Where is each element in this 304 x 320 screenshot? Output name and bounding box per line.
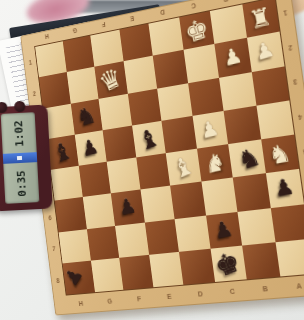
square-b7[interactable]	[237, 208, 275, 246]
coordinate-label: B	[248, 279, 284, 299]
square-h5[interactable]	[51, 166, 83, 201]
chess-board: HGFEDCBA HGFEDCBA 12345678 12345678 ♚♜♛♟…	[20, 0, 304, 315]
square-h7[interactable]	[59, 229, 91, 263]
black-p-glyph: ♟	[117, 196, 138, 220]
white-p-glyph: ♟	[199, 117, 222, 142]
chess-clock[interactable]: 1:02 0:35	[0, 105, 53, 212]
square-e2[interactable]	[123, 56, 157, 93]
white-p-glyph: ♟	[253, 39, 277, 66]
square-e3[interactable]	[127, 88, 161, 125]
board-grid: ♚♜♛♟♟♞♝♟♝♟♝♞♞♞♟♟♟♟♚	[34, 0, 304, 296]
black-p-glyph: ♟	[62, 264, 86, 290]
square-f7[interactable]	[115, 222, 149, 257]
piece-bP-f6[interactable]: ♟	[111, 190, 145, 226]
white-n-glyph: ♞	[202, 149, 228, 177]
black-n-glyph: ♞	[236, 143, 264, 173]
square-g3[interactable]: ♞	[70, 98, 102, 134]
board-frame: HGFEDCBA HGFEDCBA 12345678 12345678 ♚♜♛♟…	[20, 0, 304, 315]
clock-stripe	[3, 152, 37, 164]
piece-wQ-f2[interactable]: ♛	[94, 61, 127, 98]
coordinate-label: D	[184, 284, 218, 304]
black-k-glyph: ♚	[210, 247, 243, 282]
square-d7[interactable]	[175, 215, 211, 252]
piece-bP-c7[interactable]: ♟	[206, 211, 243, 248]
square-a6[interactable]: ♟	[265, 169, 304, 208]
piece-bB-e4[interactable]: ♝	[132, 121, 166, 158]
white-k-glyph: ♚	[182, 14, 212, 48]
square-c8[interactable]: ♚	[210, 245, 247, 282]
square-g7[interactable]	[86, 225, 119, 260]
square-a8[interactable]	[275, 239, 304, 277]
piece-bP-h8[interactable]: ♟	[63, 260, 95, 294]
square-e5[interactable]	[136, 153, 170, 190]
piece-wB-d5[interactable]: ♝	[166, 149, 201, 186]
square-g4[interactable]: ♟	[74, 130, 106, 166]
square-g8[interactable]	[90, 258, 123, 293]
square-d6[interactable]	[170, 182, 205, 219]
clock-display: 1:02 0:35	[1, 112, 40, 204]
coordinate-label: C	[215, 281, 250, 301]
square-d5[interactable]: ♝	[166, 149, 201, 186]
square-a2[interactable]: ♟	[247, 32, 285, 72]
square-h6[interactable]	[55, 197, 87, 232]
square-c2[interactable]	[183, 44, 219, 83]
piece-bB-h4[interactable]: ♝	[47, 135, 79, 170]
tournament-table-scene: 1:02 0:35 HGFEDCBA HGFEDCBA 12345678 123…	[0, 0, 304, 320]
square-g2[interactable]	[66, 67, 98, 103]
piece-wN-a5[interactable]: ♞	[261, 135, 299, 174]
piece-wP-b2[interactable]: ♟	[214, 38, 251, 77]
coordinate-label: E	[153, 287, 186, 306]
square-a3[interactable]	[251, 66, 289, 106]
square-c7[interactable]: ♟	[206, 211, 243, 248]
square-a7[interactable]	[270, 204, 304, 242]
square-e7[interactable]	[144, 219, 179, 255]
piece-wP-a2[interactable]: ♟	[247, 32, 285, 72]
piece-wP-c4[interactable]: ♟	[192, 111, 228, 149]
square-h2[interactable]	[39, 72, 70, 108]
square-b2[interactable]: ♟	[214, 38, 251, 77]
piece-bK-c8[interactable]: ♚	[210, 245, 247, 282]
square-e8[interactable]	[149, 252, 184, 288]
piece-bP-a6[interactable]: ♟	[265, 169, 304, 208]
white-n-glyph: ♞	[266, 140, 293, 169]
square-e6[interactable]	[140, 186, 174, 222]
square-b5[interactable]: ♞	[228, 139, 265, 177]
coordinate-label: H	[66, 294, 96, 312]
square-g5[interactable]	[78, 162, 111, 198]
white-b-glyph: ♝	[169, 152, 198, 183]
square-c6[interactable]	[201, 178, 237, 215]
black-p-glyph: ♟	[212, 218, 235, 243]
black-p-glyph: ♟	[80, 136, 101, 160]
square-b4[interactable]	[224, 105, 261, 144]
square-a5[interactable]: ♞	[261, 135, 299, 174]
coordinate-label: G	[94, 292, 125, 311]
square-e4[interactable]: ♝	[132, 121, 166, 158]
black-b-glyph: ♝	[50, 138, 75, 167]
square-b6[interactable]	[233, 173, 270, 211]
square-g6[interactable]	[82, 194, 115, 229]
square-f5[interactable]	[107, 157, 140, 193]
square-f6[interactable]: ♟	[111, 190, 145, 226]
coordinate-label: A	[281, 276, 304, 297]
square-d4[interactable]	[161, 116, 196, 153]
square-a4[interactable]	[256, 100, 294, 139]
square-c5[interactable]: ♞	[197, 144, 233, 182]
square-b8[interactable]	[242, 242, 280, 279]
square-f4[interactable]	[103, 125, 136, 161]
black-b-glyph: ♝	[135, 124, 162, 155]
square-c4[interactable]: ♟	[192, 111, 228, 149]
white-q-glyph: ♛	[96, 63, 126, 97]
clock-time-bottom: 0:35	[3, 163, 39, 203]
square-h4[interactable]: ♝	[47, 135, 79, 170]
white-r-glyph: ♜	[247, 3, 274, 33]
piece-bN-g3[interactable]: ♞	[70, 98, 102, 134]
square-h8[interactable]: ♟	[63, 260, 95, 294]
square-f2[interactable]: ♛	[94, 61, 127, 98]
piece-bP-g4[interactable]: ♟	[74, 130, 106, 166]
black-n-glyph: ♞	[75, 103, 98, 130]
square-d3[interactable]	[157, 83, 192, 121]
square-d2[interactable]	[153, 50, 188, 88]
square-f3[interactable]	[98, 93, 131, 130]
square-b3[interactable]	[219, 72, 256, 111]
square-f8[interactable]	[119, 255, 153, 290]
clock-button[interactable]	[14, 101, 26, 113]
white-p-glyph: ♟	[221, 45, 244, 71]
piece-wN-c5[interactable]: ♞	[197, 144, 233, 182]
clock-button[interactable]	[0, 102, 8, 114]
coordinate-label: F	[123, 289, 155, 308]
piece-bN-b5[interactable]: ♞	[228, 139, 265, 177]
square-c3[interactable]	[188, 77, 224, 115]
clock-time-top: 1:02	[1, 113, 37, 153]
black-p-glyph: ♟	[273, 176, 297, 201]
